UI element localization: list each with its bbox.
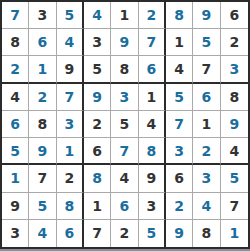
cell-r6c3[interactable]: 1: [57, 138, 84, 165]
cell-r5c6[interactable]: 4: [139, 111, 166, 138]
cell-r9c2[interactable]: 4: [29, 220, 56, 247]
cell-r6c1[interactable]: 5: [2, 138, 29, 165]
cell-r2c2[interactable]: 6: [29, 29, 56, 56]
cell-r2c5[interactable]: 9: [111, 29, 138, 56]
cell-r7c9[interactable]: 5: [221, 165, 248, 192]
cell-r2c6[interactable]: 7: [139, 29, 166, 56]
cell-r8c2[interactable]: 5: [29, 193, 56, 220]
cell-r9c4[interactable]: 7: [84, 220, 111, 247]
cell-r7c6[interactable]: 9: [139, 165, 166, 192]
cell-r2c8[interactable]: 5: [193, 29, 220, 56]
cell-r2c3[interactable]: 4: [57, 29, 84, 56]
cell-r5c8[interactable]: 1: [193, 111, 220, 138]
cell-r8c4[interactable]: 1: [84, 193, 111, 220]
cell-r6c9[interactable]: 4: [221, 138, 248, 165]
cell-r7c3[interactable]: 2: [57, 165, 84, 192]
cell-r9c6[interactable]: 5: [139, 220, 166, 247]
cell-r4c4[interactable]: 9: [84, 84, 111, 111]
cell-r8c8[interactable]: 4: [193, 193, 220, 220]
cell-r3c1[interactable]: 2: [2, 56, 29, 83]
cell-r2c7[interactable]: 1: [166, 29, 193, 56]
cell-r9c7[interactable]: 9: [166, 220, 193, 247]
cell-r3c4[interactable]: 5: [84, 56, 111, 83]
cell-r2c9[interactable]: 2: [221, 29, 248, 56]
sudoku-app: 7354128968643971522195864734279315686832…: [0, 0, 250, 251]
cell-r5c1[interactable]: 6: [2, 111, 29, 138]
cell-r9c8[interactable]: 8: [193, 220, 220, 247]
cell-r5c7[interactable]: 7: [166, 111, 193, 138]
cell-r1c9[interactable]: 6: [221, 2, 248, 29]
cell-r3c9[interactable]: 3: [221, 56, 248, 83]
cell-r5c3[interactable]: 3: [57, 111, 84, 138]
cell-r2c4[interactable]: 3: [84, 29, 111, 56]
cell-r1c6[interactable]: 2: [139, 2, 166, 29]
cell-r4c3[interactable]: 7: [57, 84, 84, 111]
cell-r2c1[interactable]: 8: [2, 29, 29, 56]
cell-r1c8[interactable]: 9: [193, 2, 220, 29]
cell-r1c1[interactable]: 7: [2, 2, 29, 29]
cell-r4c8[interactable]: 6: [193, 84, 220, 111]
cell-r8c6[interactable]: 3: [139, 193, 166, 220]
cell-r8c3[interactable]: 8: [57, 193, 84, 220]
cell-r7c2[interactable]: 7: [29, 165, 56, 192]
cell-r5c5[interactable]: 5: [111, 111, 138, 138]
cell-r1c4[interactable]: 4: [84, 2, 111, 29]
cell-r3c3[interactable]: 9: [57, 56, 84, 83]
cell-r6c4[interactable]: 6: [84, 138, 111, 165]
cell-r4c7[interactable]: 5: [166, 84, 193, 111]
cell-r4c5[interactable]: 3: [111, 84, 138, 111]
cell-r1c7[interactable]: 8: [166, 2, 193, 29]
cell-r4c6[interactable]: 1: [139, 84, 166, 111]
cell-r9c3[interactable]: 6: [57, 220, 84, 247]
cell-r6c6[interactable]: 8: [139, 138, 166, 165]
cell-r3c5[interactable]: 8: [111, 56, 138, 83]
cell-r4c1[interactable]: 4: [2, 84, 29, 111]
cell-r9c5[interactable]: 2: [111, 220, 138, 247]
cell-r7c7[interactable]: 6: [166, 165, 193, 192]
sudoku-board: 7354128968643971522195864734279315686832…: [0, 0, 250, 249]
cell-r1c2[interactable]: 3: [29, 2, 56, 29]
cell-r3c8[interactable]: 7: [193, 56, 220, 83]
cell-r7c4[interactable]: 8: [84, 165, 111, 192]
cell-r6c2[interactable]: 9: [29, 138, 56, 165]
cell-r1c3[interactable]: 5: [57, 2, 84, 29]
cell-r6c8[interactable]: 2: [193, 138, 220, 165]
cell-r8c5[interactable]: 6: [111, 193, 138, 220]
cell-r3c2[interactable]: 1: [29, 56, 56, 83]
cell-r1c5[interactable]: 1: [111, 2, 138, 29]
cell-r3c6[interactable]: 6: [139, 56, 166, 83]
cell-r7c8[interactable]: 3: [193, 165, 220, 192]
cell-r4c2[interactable]: 2: [29, 84, 56, 111]
cell-r5c9[interactable]: 9: [221, 111, 248, 138]
cell-r8c1[interactable]: 9: [2, 193, 29, 220]
cell-r5c2[interactable]: 8: [29, 111, 56, 138]
cell-r9c1[interactable]: 3: [2, 220, 29, 247]
cell-r4c9[interactable]: 8: [221, 84, 248, 111]
cell-r8c9[interactable]: 7: [221, 193, 248, 220]
cell-r9c9[interactable]: 1: [221, 220, 248, 247]
cell-r7c1[interactable]: 1: [2, 165, 29, 192]
cell-r3c7[interactable]: 4: [166, 56, 193, 83]
cell-r8c7[interactable]: 2: [166, 193, 193, 220]
cell-r5c4[interactable]: 2: [84, 111, 111, 138]
cell-r7c5[interactable]: 4: [111, 165, 138, 192]
cell-r6c5[interactable]: 7: [111, 138, 138, 165]
cell-r6c7[interactable]: 3: [166, 138, 193, 165]
